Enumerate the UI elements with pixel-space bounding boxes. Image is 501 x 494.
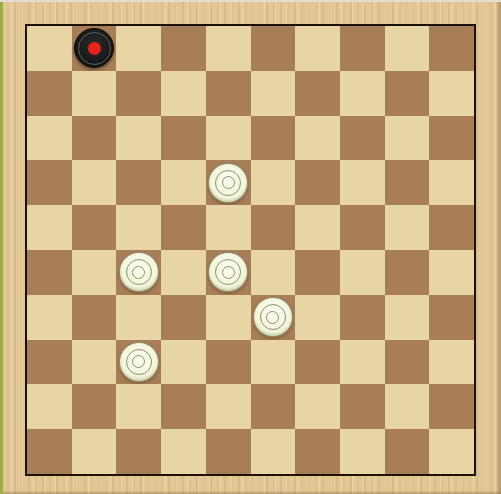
board-square[interactable]	[206, 116, 251, 161]
board-square[interactable]	[295, 71, 340, 116]
board-square[interactable]	[251, 160, 296, 205]
board-square[interactable]	[206, 160, 251, 205]
board-square[interactable]	[385, 295, 430, 340]
board-square[interactable]	[251, 205, 296, 250]
board-square[interactable]	[116, 116, 161, 161]
board-square[interactable]	[72, 71, 117, 116]
board-square[interactable]	[429, 429, 474, 474]
board-square[interactable]	[116, 205, 161, 250]
board-square[interactable]	[206, 340, 251, 385]
board-square[interactable]	[161, 429, 206, 474]
board-square[interactable]	[116, 250, 161, 295]
board-square[interactable]	[27, 250, 72, 295]
left-edge-accent	[0, 0, 3, 494]
board-square[interactable]	[116, 429, 161, 474]
board-square[interactable]	[72, 250, 117, 295]
board-square[interactable]	[385, 250, 430, 295]
board-square[interactable]	[295, 160, 340, 205]
board-square[interactable]	[72, 340, 117, 385]
board-square[interactable]	[206, 250, 251, 295]
board-square[interactable]	[385, 205, 430, 250]
board-square[interactable]	[340, 116, 385, 161]
piece-ring	[126, 259, 152, 285]
board-square[interactable]	[206, 295, 251, 340]
board-square[interactable]	[72, 429, 117, 474]
board-square[interactable]	[27, 384, 72, 429]
white-piece[interactable]	[119, 252, 159, 292]
board-square[interactable]	[295, 340, 340, 385]
board-square[interactable]	[429, 384, 474, 429]
board-square[interactable]	[429, 205, 474, 250]
board-square[interactable]	[251, 116, 296, 161]
board-square[interactable]	[72, 205, 117, 250]
board-square[interactable]	[385, 26, 430, 71]
white-piece[interactable]	[208, 252, 248, 292]
board-square[interactable]	[27, 116, 72, 161]
board-square[interactable]	[251, 295, 296, 340]
board-square[interactable]	[72, 160, 117, 205]
board-square[interactable]	[251, 384, 296, 429]
board-square[interactable]	[295, 429, 340, 474]
board-square[interactable]	[340, 429, 385, 474]
top-edge-highlight	[0, 0, 501, 2]
white-piece[interactable]	[253, 297, 293, 337]
piece-center-circle	[266, 311, 279, 324]
board-square[interactable]	[340, 26, 385, 71]
board-square[interactable]	[429, 295, 474, 340]
board-square[interactable]	[295, 250, 340, 295]
board-square[interactable]	[72, 295, 117, 340]
board-square[interactable]	[429, 71, 474, 116]
board-square[interactable]	[27, 160, 72, 205]
board-square[interactable]	[385, 71, 430, 116]
checkers-app	[0, 0, 501, 494]
board-square[interactable]	[161, 160, 206, 205]
piece-center-circle	[132, 355, 145, 368]
board-square[interactable]	[206, 384, 251, 429]
board-square[interactable]	[116, 295, 161, 340]
board-square[interactable]	[429, 250, 474, 295]
board-square[interactable]	[251, 71, 296, 116]
board-square[interactable]	[27, 340, 72, 385]
board-square[interactable]	[340, 160, 385, 205]
checkers-board	[25, 24, 476, 476]
board-square[interactable]	[340, 295, 385, 340]
board-square[interactable]	[385, 429, 430, 474]
board-square[interactable]	[161, 205, 206, 250]
white-piece[interactable]	[119, 342, 159, 382]
board-square[interactable]	[340, 71, 385, 116]
board-square[interactable]	[251, 26, 296, 71]
board-square[interactable]	[27, 429, 72, 474]
board-square[interactable]	[116, 384, 161, 429]
board-square[interactable]	[72, 116, 117, 161]
board-square[interactable]	[116, 160, 161, 205]
board-square[interactable]	[27, 71, 72, 116]
black-piece[interactable]	[74, 28, 114, 68]
board-square[interactable]	[429, 160, 474, 205]
piece-center-circle	[132, 266, 145, 279]
board-square[interactable]	[429, 340, 474, 385]
board-square[interactable]	[27, 26, 72, 71]
board-square[interactable]	[295, 205, 340, 250]
board-square[interactable]	[385, 384, 430, 429]
piece-ring	[215, 259, 241, 285]
board-square[interactable]	[206, 429, 251, 474]
board-square[interactable]	[27, 295, 72, 340]
board-square[interactable]	[161, 26, 206, 71]
board-square[interactable]	[206, 26, 251, 71]
board-square[interactable]	[385, 340, 430, 385]
board-square[interactable]	[251, 250, 296, 295]
piece-ring	[215, 170, 241, 196]
board-square[interactable]	[295, 26, 340, 71]
board-square[interactable]	[161, 71, 206, 116]
board-square[interactable]	[295, 116, 340, 161]
white-piece[interactable]	[208, 163, 248, 203]
piece-ring	[260, 304, 286, 330]
piece-center-circle	[222, 176, 235, 189]
board-square[interactable]	[340, 250, 385, 295]
piece-ring	[78, 32, 111, 65]
board-square[interactable]	[27, 205, 72, 250]
board-square[interactable]	[72, 384, 117, 429]
board-square[interactable]	[295, 295, 340, 340]
board-square[interactable]	[206, 205, 251, 250]
piece-ring	[126, 349, 152, 375]
board-square[interactable]	[161, 250, 206, 295]
board-square[interactable]	[340, 340, 385, 385]
board-square[interactable]	[340, 384, 385, 429]
board-square[interactable]	[251, 340, 296, 385]
board-square[interactable]	[340, 205, 385, 250]
board-square[interactable]	[161, 295, 206, 340]
board-square[interactable]	[116, 26, 161, 71]
board-square[interactable]	[251, 429, 296, 474]
board-square[interactable]	[161, 384, 206, 429]
board-square[interactable]	[116, 340, 161, 385]
board-square[interactable]	[385, 116, 430, 161]
board-square[interactable]	[161, 340, 206, 385]
board-square[interactable]	[295, 384, 340, 429]
board-square[interactable]	[429, 26, 474, 71]
board-square[interactable]	[116, 71, 161, 116]
board-square[interactable]	[161, 116, 206, 161]
board-square[interactable]	[429, 116, 474, 161]
piece-center-circle	[222, 266, 235, 279]
red-dot-marker	[88, 42, 101, 55]
board-square[interactable]	[385, 160, 430, 205]
board-square[interactable]	[72, 26, 117, 71]
board-square[interactable]	[206, 71, 251, 116]
